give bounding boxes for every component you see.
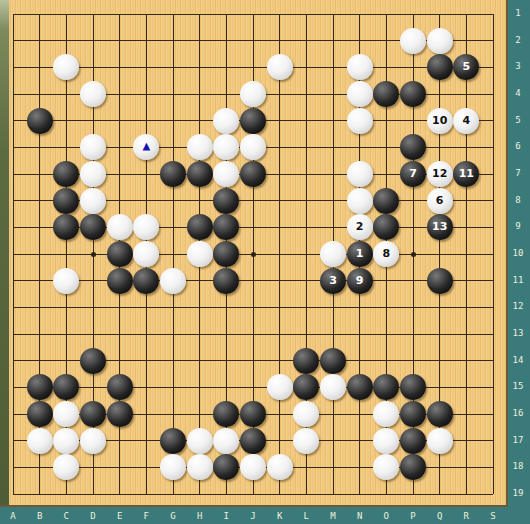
black-stone[interactable] xyxy=(80,401,106,427)
white-stone[interactable] xyxy=(107,214,133,240)
white-stone[interactable] xyxy=(400,28,426,54)
black-stone[interactable] xyxy=(347,374,373,400)
white-stone[interactable] xyxy=(80,81,106,107)
black-stone[interactable] xyxy=(80,214,106,240)
white-stone[interactable] xyxy=(53,454,79,480)
move-number-label: 13 xyxy=(427,214,453,240)
column-label: H xyxy=(193,511,207,521)
black-stone[interactable] xyxy=(213,454,239,480)
row-label: 18 xyxy=(508,461,528,471)
white-stone[interactable] xyxy=(267,54,293,80)
white-stone[interactable] xyxy=(427,428,453,454)
black-stone[interactable] xyxy=(400,374,426,400)
move-number-label: 3 xyxy=(320,268,346,294)
move-number-label: 11 xyxy=(453,161,479,187)
black-stone[interactable] xyxy=(107,374,133,400)
black-stone[interactable] xyxy=(213,241,239,267)
white-stone[interactable] xyxy=(80,188,106,214)
white-stone[interactable]: ▲ xyxy=(133,134,159,160)
white-stone[interactable] xyxy=(293,401,319,427)
column-label: C xyxy=(59,511,73,521)
white-stone[interactable] xyxy=(347,108,373,134)
move-number-label: 7 xyxy=(400,161,426,187)
move-number-label: 4 xyxy=(453,108,479,134)
move-number-label: 1 xyxy=(347,241,373,267)
row-label: 11 xyxy=(508,275,528,285)
black-stone[interactable] xyxy=(400,401,426,427)
white-stone[interactable]: 2 xyxy=(347,214,373,240)
white-stone[interactable] xyxy=(53,401,79,427)
white-stone[interactable]: 10 xyxy=(427,108,453,134)
black-stone[interactable] xyxy=(427,401,453,427)
black-stone[interactable] xyxy=(53,214,79,240)
row-label: 10 xyxy=(508,248,528,258)
white-stone[interactable] xyxy=(213,428,239,454)
column-label: I xyxy=(219,511,233,521)
board-left-edge xyxy=(0,0,9,505)
row-label: 4 xyxy=(508,88,528,98)
white-stone[interactable] xyxy=(133,214,159,240)
black-stone[interactable] xyxy=(400,134,426,160)
row-label: 7 xyxy=(508,168,528,178)
black-stone[interactable] xyxy=(240,401,266,427)
white-stone[interactable] xyxy=(267,454,293,480)
move-number-label: 12 xyxy=(427,161,453,187)
move-number-label: 2 xyxy=(347,214,373,240)
grid-line-vertical xyxy=(493,14,494,494)
white-stone[interactable] xyxy=(347,161,373,187)
black-stone[interactable] xyxy=(53,374,79,400)
column-label: Q xyxy=(433,511,447,521)
column-label: P xyxy=(406,511,420,521)
white-stone[interactable] xyxy=(240,454,266,480)
black-stone[interactable] xyxy=(373,374,399,400)
white-stone[interactable] xyxy=(293,428,319,454)
move-number-label: 6 xyxy=(427,188,453,214)
black-stone[interactable] xyxy=(107,268,133,294)
black-stone[interactable] xyxy=(27,374,53,400)
black-stone[interactable]: 1 xyxy=(347,241,373,267)
column-label: E xyxy=(113,511,127,521)
black-stone[interactable] xyxy=(400,428,426,454)
white-stone[interactable] xyxy=(160,454,186,480)
row-label: 2 xyxy=(508,35,528,45)
white-stone[interactable] xyxy=(347,54,373,80)
black-stone[interactable]: 7 xyxy=(400,161,426,187)
black-stone[interactable] xyxy=(53,161,79,187)
row-label: 6 xyxy=(508,141,528,151)
white-stone[interactable] xyxy=(187,428,213,454)
grid-line-horizontal xyxy=(13,307,493,308)
star-point xyxy=(91,252,96,257)
column-label: O xyxy=(379,511,393,521)
white-stone[interactable] xyxy=(187,454,213,480)
black-stone[interactable] xyxy=(320,348,346,374)
white-stone[interactable] xyxy=(187,241,213,267)
black-stone[interactable] xyxy=(27,108,53,134)
white-stone[interactable] xyxy=(373,454,399,480)
row-label: 12 xyxy=(508,301,528,311)
black-stone[interactable]: 3 xyxy=(320,268,346,294)
black-stone[interactable] xyxy=(400,81,426,107)
row-label: 1 xyxy=(508,8,528,18)
row-label: 9 xyxy=(508,221,528,231)
grid-line-horizontal xyxy=(13,280,493,281)
row-label: 19 xyxy=(508,488,528,498)
row-label: 14 xyxy=(508,355,528,365)
row-label: 5 xyxy=(508,115,528,125)
white-stone[interactable] xyxy=(320,374,346,400)
column-label: N xyxy=(353,511,367,521)
column-label: J xyxy=(246,511,260,521)
black-stone[interactable] xyxy=(160,428,186,454)
move-number-label: 9 xyxy=(347,268,373,294)
row-label: 3 xyxy=(508,61,528,71)
black-stone[interactable] xyxy=(373,81,399,107)
column-label: M xyxy=(326,511,340,521)
black-stone[interactable] xyxy=(213,268,239,294)
row-label: 13 xyxy=(508,328,528,338)
move-number-label: 5 xyxy=(453,54,479,80)
black-stone[interactable] xyxy=(240,161,266,187)
white-stone[interactable] xyxy=(80,428,106,454)
white-stone[interactable] xyxy=(133,241,159,267)
grid-line-horizontal xyxy=(13,334,493,335)
white-stone[interactable] xyxy=(240,134,266,160)
white-stone[interactable] xyxy=(267,374,293,400)
move-number-label: 10 xyxy=(427,108,453,134)
white-stone[interactable] xyxy=(53,268,79,294)
black-stone[interactable] xyxy=(373,188,399,214)
column-label: R xyxy=(459,511,473,521)
go-board[interactable]: 5104▲7121162131839 xyxy=(0,0,508,507)
grid-line-vertical xyxy=(466,14,467,494)
column-label: D xyxy=(86,511,100,521)
column-label: S xyxy=(486,511,500,521)
white-stone[interactable]: 12 xyxy=(427,161,453,187)
white-stone[interactable]: 6 xyxy=(427,188,453,214)
column-label: F xyxy=(139,511,153,521)
black-stone[interactable] xyxy=(213,401,239,427)
black-stone[interactable] xyxy=(427,268,453,294)
white-stone[interactable]: 4 xyxy=(453,108,479,134)
move-number-label: 8 xyxy=(373,241,399,267)
white-stone[interactable] xyxy=(427,28,453,54)
black-stone[interactable] xyxy=(400,454,426,480)
black-stone[interactable]: 9 xyxy=(347,268,373,294)
black-stone[interactable] xyxy=(293,348,319,374)
white-stone[interactable] xyxy=(187,134,213,160)
grid-line-horizontal xyxy=(13,494,493,495)
black-stone[interactable] xyxy=(107,241,133,267)
black-stone[interactable] xyxy=(213,214,239,240)
white-stone[interactable] xyxy=(80,134,106,160)
black-stone[interactable] xyxy=(427,54,453,80)
black-stone[interactable]: 13 xyxy=(427,214,453,240)
black-stone[interactable] xyxy=(133,268,159,294)
black-stone[interactable] xyxy=(80,348,106,374)
white-stone[interactable] xyxy=(373,401,399,427)
white-stone[interactable] xyxy=(80,161,106,187)
column-label: L xyxy=(299,511,313,521)
black-stone[interactable]: 5 xyxy=(453,54,479,80)
grid-line-vertical xyxy=(279,14,280,494)
white-stone[interactable] xyxy=(347,81,373,107)
black-stone[interactable] xyxy=(187,214,213,240)
white-stone[interactable] xyxy=(213,134,239,160)
black-stone[interactable] xyxy=(27,401,53,427)
column-label: G xyxy=(166,511,180,521)
white-stone[interactable] xyxy=(320,241,346,267)
go-app-window: 5104▲7121162131839 123456789101112131415… xyxy=(0,0,530,524)
white-stone[interactable] xyxy=(27,428,53,454)
star-point xyxy=(411,252,416,257)
black-stone[interactable] xyxy=(213,188,239,214)
black-stone[interactable] xyxy=(187,161,213,187)
white-stone[interactable] xyxy=(373,428,399,454)
triangle-marker-icon: ▲ xyxy=(133,133,159,159)
column-label: A xyxy=(6,511,20,521)
white-stone[interactable] xyxy=(213,161,239,187)
black-stone[interactable]: 11 xyxy=(453,161,479,187)
white-stone[interactable] xyxy=(240,81,266,107)
white-stone[interactable] xyxy=(160,268,186,294)
white-stone[interactable]: 8 xyxy=(373,241,399,267)
white-stone[interactable] xyxy=(213,108,239,134)
white-stone[interactable] xyxy=(53,428,79,454)
black-stone[interactable] xyxy=(160,161,186,187)
row-label: 17 xyxy=(508,435,528,445)
row-label: 8 xyxy=(508,195,528,205)
white-stone[interactable] xyxy=(347,188,373,214)
black-stone[interactable] xyxy=(53,188,79,214)
black-stone[interactable] xyxy=(107,401,133,427)
white-stone[interactable] xyxy=(53,54,79,80)
black-stone[interactable] xyxy=(240,108,266,134)
black-stone[interactable] xyxy=(373,214,399,240)
column-label: K xyxy=(273,511,287,521)
black-stone[interactable] xyxy=(240,428,266,454)
row-label: 15 xyxy=(508,381,528,391)
star-point xyxy=(251,252,256,257)
black-stone[interactable] xyxy=(293,374,319,400)
column-label: B xyxy=(33,511,47,521)
row-label: 16 xyxy=(508,408,528,418)
